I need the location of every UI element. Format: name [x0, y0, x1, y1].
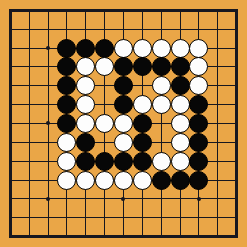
intersection[interactable] [133, 152, 152, 171]
intersection[interactable] [39, 152, 58, 171]
intersection[interactable] [171, 58, 190, 77]
intersection[interactable] [114, 1, 133, 20]
intersection[interactable] [58, 189, 77, 208]
intersection[interactable] [39, 171, 58, 190]
intersection[interactable] [20, 39, 39, 58]
intersection[interactable] [208, 1, 227, 20]
intersection[interactable] [152, 76, 171, 95]
white-stone [189, 76, 208, 95]
intersection[interactable] [58, 227, 77, 246]
black-stone [171, 57, 190, 76]
board-grid [1, 1, 246, 246]
intersection[interactable] [58, 20, 77, 39]
intersection[interactable] [133, 39, 152, 58]
white-stone [152, 39, 171, 58]
intersection[interactable] [171, 114, 190, 133]
intersection[interactable] [133, 171, 152, 190]
intersection[interactable] [20, 76, 39, 95]
intersection[interactable] [114, 189, 133, 208]
intersection[interactable] [227, 189, 246, 208]
intersection[interactable] [1, 133, 20, 152]
white-stone [152, 76, 171, 95]
intersection[interactable] [1, 76, 20, 95]
intersection[interactable] [133, 133, 152, 152]
intersection[interactable] [1, 208, 20, 227]
intersection[interactable] [58, 171, 77, 190]
intersection[interactable] [20, 95, 39, 114]
black-stone [133, 114, 152, 133]
intersection[interactable] [20, 171, 39, 190]
intersection[interactable] [227, 76, 246, 95]
intersection[interactable] [114, 227, 133, 246]
intersection[interactable] [114, 95, 133, 114]
intersection[interactable] [1, 1, 20, 20]
intersection[interactable] [189, 20, 208, 39]
intersection[interactable] [58, 58, 77, 77]
intersection[interactable] [39, 39, 58, 58]
intersection[interactable] [133, 58, 152, 77]
intersection[interactable] [1, 171, 20, 190]
intersection[interactable] [171, 208, 190, 227]
intersection[interactable] [76, 95, 95, 114]
intersection[interactable] [76, 20, 95, 39]
intersection[interactable] [58, 39, 77, 58]
intersection[interactable] [208, 39, 227, 58]
intersection[interactable] [208, 76, 227, 95]
intersection[interactable] [208, 58, 227, 77]
intersection[interactable] [95, 152, 114, 171]
intersection[interactable] [171, 227, 190, 246]
intersection[interactable] [1, 227, 20, 246]
intersection[interactable] [76, 227, 95, 246]
intersection[interactable] [208, 114, 227, 133]
intersection[interactable] [1, 58, 20, 77]
black-stone [189, 152, 208, 171]
intersection[interactable] [133, 189, 152, 208]
intersection[interactable] [1, 95, 20, 114]
intersection[interactable] [189, 189, 208, 208]
intersection[interactable] [39, 76, 58, 95]
intersection[interactable] [114, 208, 133, 227]
black-stone [114, 76, 133, 95]
black-stone [57, 76, 76, 95]
star-point [197, 197, 201, 201]
intersection[interactable] [39, 114, 58, 133]
white-stone [57, 133, 76, 152]
intersection[interactable] [39, 189, 58, 208]
intersection[interactable] [171, 39, 190, 58]
white-stone [114, 39, 133, 58]
star-point [46, 197, 50, 201]
white-stone [76, 95, 95, 114]
black-stone [57, 39, 76, 58]
star-point [46, 46, 50, 50]
intersection[interactable] [95, 133, 114, 152]
intersection[interactable] [171, 1, 190, 20]
white-stone [171, 39, 190, 58]
intersection[interactable] [133, 208, 152, 227]
black-stone [189, 133, 208, 152]
intersection[interactable] [1, 20, 20, 39]
black-stone [57, 95, 76, 114]
intersection[interactable] [20, 133, 39, 152]
intersection[interactable] [133, 1, 152, 20]
black-stone [95, 152, 114, 171]
intersection[interactable] [114, 20, 133, 39]
intersection[interactable] [1, 39, 20, 58]
black-stone [171, 171, 190, 190]
intersection[interactable] [20, 114, 39, 133]
intersection[interactable] [227, 171, 246, 190]
white-stone [76, 171, 95, 190]
white-stone [152, 95, 171, 114]
white-stone [114, 114, 133, 133]
white-stone [95, 57, 114, 76]
intersection[interactable] [58, 95, 77, 114]
intersection[interactable] [189, 58, 208, 77]
intersection[interactable] [95, 1, 114, 20]
black-stone [95, 39, 114, 58]
intersection[interactable] [76, 208, 95, 227]
intersection[interactable] [95, 208, 114, 227]
intersection[interactable] [95, 20, 114, 39]
intersection[interactable] [133, 20, 152, 39]
intersection[interactable] [114, 58, 133, 77]
intersection[interactable] [152, 39, 171, 58]
black-stone [152, 171, 171, 190]
intersection[interactable] [76, 171, 95, 190]
intersection[interactable] [171, 76, 190, 95]
intersection[interactable] [208, 189, 227, 208]
intersection[interactable] [171, 171, 190, 190]
intersection[interactable] [39, 227, 58, 246]
white-stone [76, 57, 95, 76]
white-stone [57, 152, 76, 171]
go-board [0, 0, 247, 247]
intersection[interactable] [227, 39, 246, 58]
black-stone [171, 76, 190, 95]
intersection[interactable] [133, 227, 152, 246]
intersection[interactable] [133, 76, 152, 95]
intersection[interactable] [114, 39, 133, 58]
black-stone [189, 95, 208, 114]
intersection[interactable] [76, 114, 95, 133]
intersection[interactable] [227, 152, 246, 171]
intersection[interactable] [20, 208, 39, 227]
intersection[interactable] [189, 152, 208, 171]
intersection[interactable] [208, 171, 227, 190]
white-stone [76, 114, 95, 133]
black-stone [57, 57, 76, 76]
intersection[interactable] [227, 20, 246, 39]
black-stone [189, 171, 208, 190]
intersection[interactable] [208, 152, 227, 171]
intersection[interactable] [227, 95, 246, 114]
white-stone [171, 95, 190, 114]
intersection[interactable] [39, 1, 58, 20]
white-stone [76, 76, 95, 95]
white-stone [171, 114, 190, 133]
white-stone [189, 39, 208, 58]
intersection[interactable] [152, 208, 171, 227]
intersection[interactable] [95, 227, 114, 246]
intersection[interactable] [189, 171, 208, 190]
white-stone [133, 39, 152, 58]
intersection[interactable] [208, 227, 227, 246]
intersection[interactable] [114, 152, 133, 171]
white-stone [133, 171, 152, 190]
black-stone [133, 133, 152, 152]
intersection[interactable] [39, 20, 58, 39]
black-stone [76, 133, 95, 152]
black-stone [133, 57, 152, 76]
intersection[interactable] [1, 114, 20, 133]
intersection[interactable] [171, 152, 190, 171]
black-stone [114, 57, 133, 76]
intersection[interactable] [189, 133, 208, 152]
intersection[interactable] [208, 133, 227, 152]
white-stone [95, 171, 114, 190]
black-stone [189, 114, 208, 133]
intersection[interactable] [114, 114, 133, 133]
intersection[interactable] [189, 76, 208, 95]
white-stone [152, 152, 171, 171]
intersection[interactable] [20, 227, 39, 246]
intersection[interactable] [114, 133, 133, 152]
intersection[interactable] [20, 1, 39, 20]
star-point [121, 197, 125, 201]
intersection[interactable] [58, 208, 77, 227]
intersection[interactable] [95, 58, 114, 77]
intersection[interactable] [152, 20, 171, 39]
intersection[interactable] [152, 189, 171, 208]
white-stone [57, 171, 76, 190]
intersection[interactable] [189, 208, 208, 227]
intersection[interactable] [95, 76, 114, 95]
intersection[interactable] [58, 114, 77, 133]
intersection[interactable] [39, 95, 58, 114]
intersection[interactable] [227, 227, 246, 246]
intersection[interactable] [152, 95, 171, 114]
intersection[interactable] [95, 95, 114, 114]
intersection[interactable] [152, 227, 171, 246]
intersection[interactable] [152, 1, 171, 20]
black-stone [114, 95, 133, 114]
white-stone [114, 171, 133, 190]
intersection[interactable] [152, 152, 171, 171]
intersection[interactable] [76, 39, 95, 58]
intersection[interactable] [20, 189, 39, 208]
black-stone [152, 57, 171, 76]
intersection[interactable] [189, 227, 208, 246]
black-stone [76, 152, 95, 171]
intersection[interactable] [171, 95, 190, 114]
intersection[interactable] [39, 208, 58, 227]
intersection[interactable] [39, 133, 58, 152]
intersection[interactable] [133, 95, 152, 114]
intersection[interactable] [227, 208, 246, 227]
intersection[interactable] [20, 152, 39, 171]
intersection[interactable] [95, 39, 114, 58]
intersection[interactable] [227, 133, 246, 152]
white-stone [171, 152, 190, 171]
intersection[interactable] [76, 152, 95, 171]
intersection[interactable] [95, 171, 114, 190]
intersection[interactable] [76, 1, 95, 20]
intersection[interactable] [133, 114, 152, 133]
intersection[interactable] [114, 76, 133, 95]
intersection[interactable] [189, 95, 208, 114]
intersection[interactable] [1, 189, 20, 208]
intersection[interactable] [76, 76, 95, 95]
intersection[interactable] [189, 1, 208, 20]
intersection[interactable] [208, 208, 227, 227]
black-stone [114, 152, 133, 171]
intersection[interactable] [95, 189, 114, 208]
intersection[interactable] [76, 189, 95, 208]
white-stone [114, 133, 133, 152]
black-stone [57, 114, 76, 133]
intersection[interactable] [171, 189, 190, 208]
intersection[interactable] [20, 58, 39, 77]
intersection[interactable] [171, 20, 190, 39]
intersection[interactable] [152, 58, 171, 77]
intersection[interactable] [76, 58, 95, 77]
intersection[interactable] [58, 133, 77, 152]
white-stone [95, 114, 114, 133]
intersection[interactable] [95, 114, 114, 133]
intersection[interactable] [58, 1, 77, 20]
intersection[interactable] [114, 171, 133, 190]
white-stone [189, 57, 208, 76]
intersection[interactable] [39, 58, 58, 77]
intersection[interactable] [20, 20, 39, 39]
intersection[interactable] [189, 114, 208, 133]
intersection[interactable] [227, 58, 246, 77]
intersection[interactable] [1, 152, 20, 171]
white-stone [133, 95, 152, 114]
black-stone [133, 152, 152, 171]
star-point [46, 121, 50, 125]
intersection[interactable] [58, 76, 77, 95]
intersection[interactable] [152, 114, 171, 133]
intersection[interactable] [208, 20, 227, 39]
intersection[interactable] [208, 95, 227, 114]
intersection[interactable] [189, 39, 208, 58]
white-stone [171, 133, 190, 152]
intersection[interactable] [171, 133, 190, 152]
intersection[interactable] [76, 133, 95, 152]
black-stone [76, 39, 95, 58]
intersection[interactable] [58, 152, 77, 171]
intersection[interactable] [227, 114, 246, 133]
intersection[interactable] [152, 171, 171, 190]
intersection[interactable] [152, 133, 171, 152]
intersection[interactable] [227, 1, 246, 20]
